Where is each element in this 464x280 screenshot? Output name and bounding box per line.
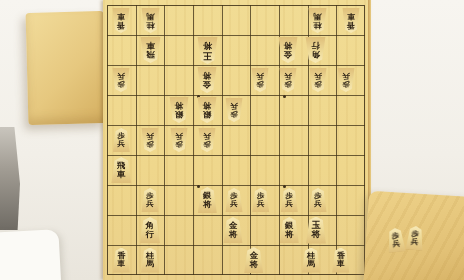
gote-komadai-tray <box>26 11 107 125</box>
background-object-bottom-left <box>0 229 62 280</box>
background-object-left <box>0 127 20 230</box>
star-point <box>197 185 200 188</box>
shogi-board[interactable]: 香車桂馬桂馬香車飛車王将金将角行歩兵金将歩兵歩兵歩兵歩兵銀将銀将歩兵歩兵歩兵歩兵… <box>103 0 371 280</box>
shogi-scene: 香車桂馬桂馬香車飛車王将金将角行歩兵金将歩兵歩兵歩兵歩兵銀将銀将歩兵歩兵歩兵歩兵… <box>0 0 464 280</box>
star-point <box>283 185 286 188</box>
star-point <box>283 95 286 98</box>
